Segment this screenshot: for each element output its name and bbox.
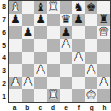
square-g8[interactable]: ♚ [85, 1, 98, 14]
square-g6[interactable] [85, 26, 98, 39]
square-c1[interactable] [34, 89, 47, 102]
square-f4[interactable]: ♟ [72, 52, 85, 65]
rank-label-5: 5 [0, 39, 8, 52]
square-g4[interactable] [85, 52, 98, 65]
black-king-piece: ♚ [86, 1, 96, 13]
square-a3[interactable] [9, 64, 22, 77]
square-f3[interactable] [72, 64, 85, 77]
square-f5[interactable] [72, 39, 85, 52]
square-h8[interactable] [97, 1, 110, 14]
square-e3[interactable] [60, 64, 73, 77]
square-c8[interactable]: ♝ [34, 1, 47, 14]
black-knight-piece: ♞ [73, 1, 83, 13]
square-f6[interactable] [72, 26, 85, 39]
file-label-e: e [60, 103, 73, 111]
square-h6[interactable]: ♛ [97, 26, 110, 39]
black-bishop-piece: ♝ [35, 1, 45, 13]
square-h4[interactable] [97, 52, 110, 65]
square-g2[interactable] [85, 77, 98, 90]
square-e4[interactable] [60, 52, 73, 65]
square-a4[interactable] [9, 52, 22, 65]
square-a6[interactable] [9, 26, 22, 39]
square-h3[interactable] [97, 64, 110, 77]
rank-label-3: 3 [0, 64, 8, 77]
white-pawn-piece: ♟ [10, 77, 20, 89]
square-g1[interactable]: ♚ [85, 89, 98, 102]
square-d3[interactable] [47, 64, 60, 77]
square-a1[interactable] [9, 89, 22, 102]
square-b2[interactable]: ♟ [22, 77, 35, 90]
black-pawn-piece: ♟ [10, 14, 20, 26]
square-e1[interactable] [60, 89, 73, 102]
square-c5[interactable] [34, 39, 47, 52]
file-label-f: f [72, 103, 85, 111]
rank-label-1: 1 [0, 90, 8, 103]
black-queen-piece: ♛ [61, 14, 71, 26]
square-g5[interactable] [85, 39, 98, 52]
square-c7[interactable]: ♟ [34, 14, 47, 27]
square-a2[interactable]: ♟ [9, 77, 22, 90]
rank-label-8: 8 [0, 0, 8, 13]
white-pawn-piece: ♟ [35, 64, 45, 76]
square-d2[interactable] [47, 77, 60, 90]
rank-label-7: 7 [0, 13, 8, 26]
white-rook-piece: ♜ [48, 1, 58, 13]
black-pawn-piece: ♟ [61, 26, 71, 38]
file-label-b: b [21, 103, 34, 111]
square-b1[interactable] [22, 89, 35, 102]
square-e7[interactable]: ♛ [60, 14, 73, 27]
white-rook-piece: ♜ [48, 89, 58, 101]
square-b3[interactable] [22, 64, 35, 77]
chess-board: ♝♝♜♞♚♟♟♛♟♜♟♟♛♟♟♟♟♟♟♟♜♚ [8, 0, 111, 103]
black-pawn-piece: ♟ [73, 14, 83, 26]
white-pawn-piece: ♟ [23, 77, 33, 89]
square-c4[interactable] [34, 52, 47, 65]
white-bishop-piece: ♝ [10, 1, 20, 13]
square-a5[interactable] [9, 39, 22, 52]
square-c2[interactable] [34, 77, 47, 90]
white-king-piece: ♚ [86, 89, 96, 101]
black-pawn-piece: ♟ [35, 14, 45, 26]
file-label-g: g [85, 103, 98, 111]
square-d6[interactable] [47, 26, 60, 39]
square-f1[interactable] [72, 89, 85, 102]
square-a8[interactable]: ♝ [9, 1, 22, 14]
file-labels: abcdefgh [8, 103, 111, 111]
rank-labels: 87654321 [0, 0, 8, 103]
square-g7[interactable] [85, 14, 98, 27]
square-c3[interactable]: ♟ [34, 64, 47, 77]
square-a7[interactable]: ♟ [9, 14, 22, 27]
black-rook-piece: ♜ [99, 14, 109, 26]
square-h7[interactable]: ♜ [97, 14, 110, 27]
rank-label-2: 2 [0, 77, 8, 90]
square-h1[interactable] [97, 89, 110, 102]
square-h2[interactable]: ♟ [97, 77, 110, 90]
chessboard-diagram: 87654321 ♝♝♜♞♚♟♟♛♟♜♟♟♛♟♟♟♟♟♟♟♜♚ abcdefgh [0, 0, 111, 111]
square-e6[interactable]: ♟ [60, 26, 73, 39]
file-label-h: h [98, 103, 111, 111]
square-f2[interactable] [72, 77, 85, 90]
square-h5[interactable] [97, 39, 110, 52]
square-b6[interactable]: ♟ [22, 26, 35, 39]
square-b4[interactable] [22, 52, 35, 65]
file-label-c: c [34, 103, 47, 111]
square-d4[interactable] [47, 52, 60, 65]
square-f8[interactable]: ♞ [72, 1, 85, 14]
file-label-a: a [8, 103, 21, 111]
black-pawn-piece: ♟ [23, 26, 33, 38]
white-pawn-piece: ♟ [61, 39, 71, 51]
square-b7[interactable] [22, 14, 35, 27]
white-pawn-piece: ♟ [86, 64, 96, 76]
square-e2[interactable] [60, 77, 73, 90]
square-e8[interactable] [60, 1, 73, 14]
rank-label-6: 6 [0, 26, 8, 39]
square-d1[interactable]: ♜ [47, 89, 60, 102]
white-queen-piece: ♛ [99, 26, 109, 38]
square-d8[interactable]: ♜ [47, 1, 60, 14]
square-f7[interactable]: ♟ [72, 14, 85, 27]
file-label-d: d [47, 103, 60, 111]
square-e5[interactable]: ♟ [60, 39, 73, 52]
white-pawn-piece: ♟ [99, 77, 109, 89]
square-d7[interactable] [47, 14, 60, 27]
square-g3[interactable]: ♟ [85, 64, 98, 77]
square-b5[interactable] [22, 39, 35, 52]
square-b8[interactable] [22, 1, 35, 14]
white-pawn-piece: ♟ [73, 52, 83, 64]
square-d5[interactable] [47, 39, 60, 52]
square-c6[interactable] [34, 26, 47, 39]
rank-label-4: 4 [0, 52, 8, 65]
